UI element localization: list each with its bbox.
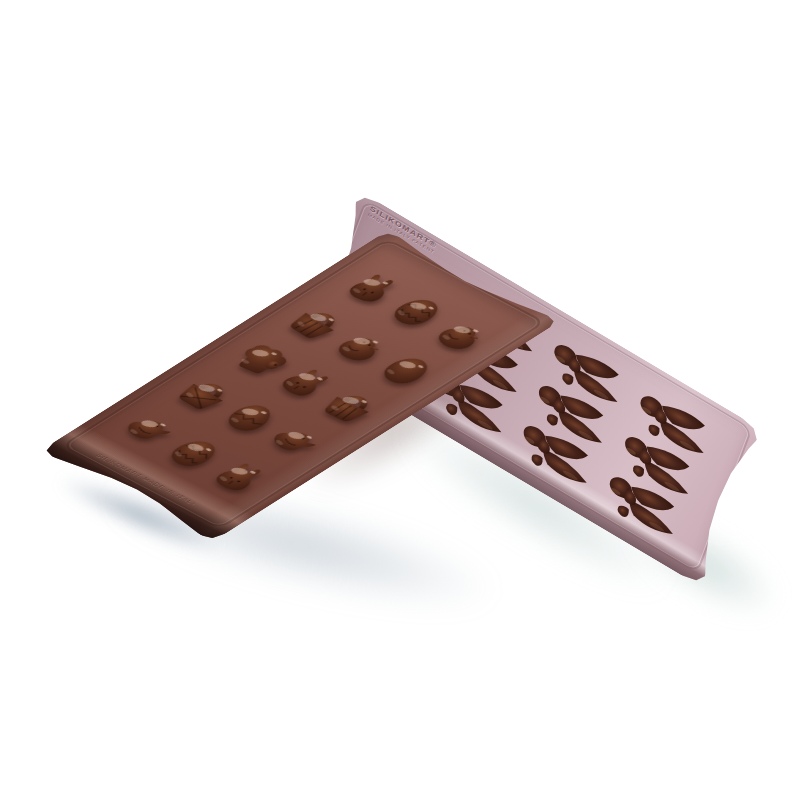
product-photo: SILIKOMART® MADE IN ITALY PATENT xyxy=(0,0,800,800)
